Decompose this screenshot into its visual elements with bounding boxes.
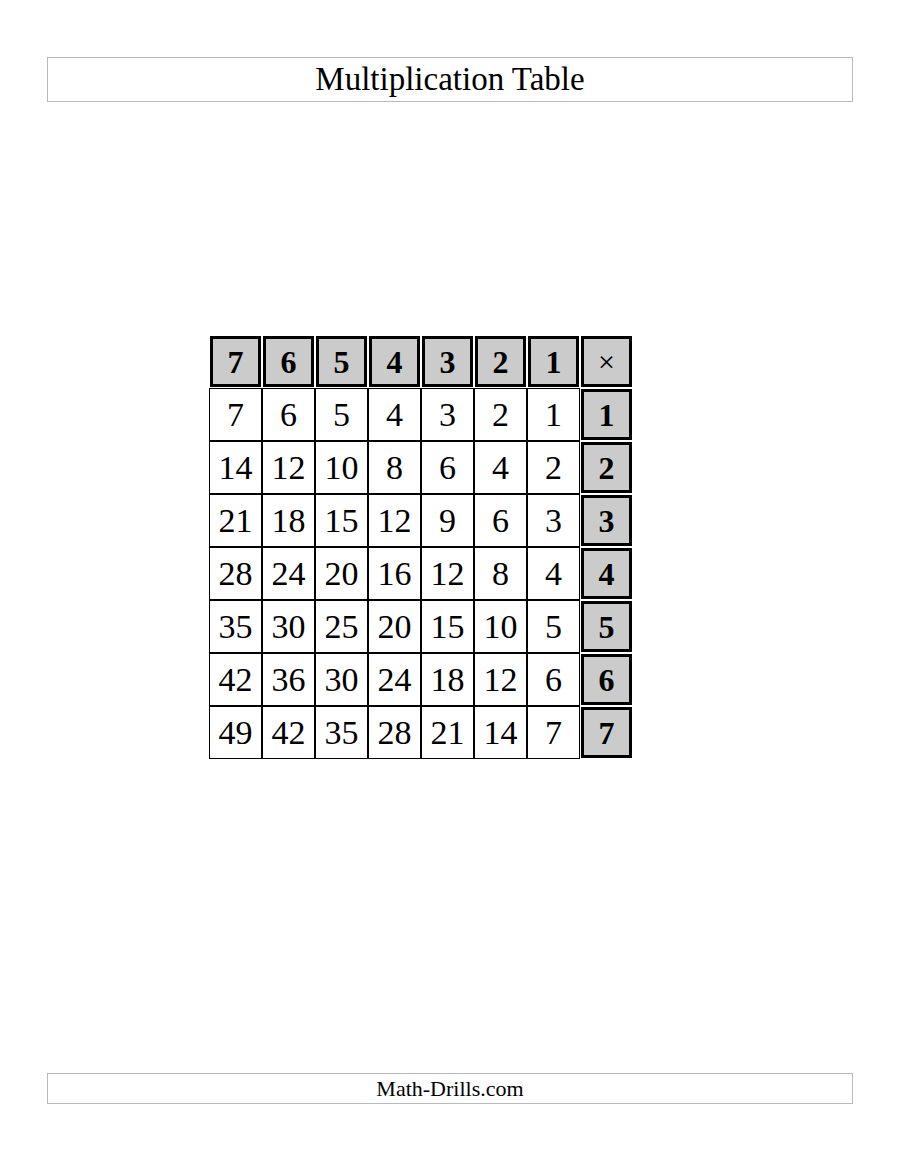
multiplier-value: 5: [581, 601, 632, 652]
header-cell: 2: [474, 335, 527, 388]
product-cell: 20: [368, 600, 421, 653]
multiplier-cell: 4: [580, 547, 633, 600]
product-cell: 10: [474, 600, 527, 653]
multiplier-cell: 6: [580, 653, 633, 706]
multiplier-cell: 7: [580, 706, 633, 759]
times-sign: ×: [581, 336, 632, 387]
multiplier-value: 7: [581, 707, 632, 758]
product-cell: 9: [421, 494, 474, 547]
product-cell: 25: [315, 600, 368, 653]
product-cell: 15: [315, 494, 368, 547]
product-cell: 6: [421, 441, 474, 494]
multiplier-value: 1: [581, 389, 632, 440]
product-cell: 49: [209, 706, 262, 759]
product-cell: 30: [315, 653, 368, 706]
worksheet-page: Multiplication Table 7654321×76543211141…: [0, 0, 900, 1165]
product-cell: 12: [262, 441, 315, 494]
header-value: 6: [263, 336, 314, 387]
product-cell: 12: [474, 653, 527, 706]
header-cell: 3: [421, 335, 474, 388]
header-cell: 6: [262, 335, 315, 388]
site-credit: Math-Drills.com: [376, 1076, 523, 1102]
header-value: 2: [475, 336, 526, 387]
product-cell: 18: [262, 494, 315, 547]
product-cell: 3: [421, 388, 474, 441]
product-cell: 28: [209, 547, 262, 600]
product-cell: 16: [368, 547, 421, 600]
product-cell: 5: [527, 600, 580, 653]
product-cell: 4: [527, 547, 580, 600]
product-cell: 1: [527, 388, 580, 441]
product-cell: 21: [421, 706, 474, 759]
multiplication-grid: 7654321×76543211141210864222118151296332…: [209, 335, 633, 759]
operator-cell: ×: [580, 335, 633, 388]
multiplier-cell: 2: [580, 441, 633, 494]
product-cell: 21: [209, 494, 262, 547]
footer-box: Math-Drills.com: [47, 1073, 853, 1104]
header-value: 7: [210, 336, 261, 387]
product-cell: 4: [368, 388, 421, 441]
product-cell: 5: [315, 388, 368, 441]
product-cell: 8: [368, 441, 421, 494]
product-cell: 7: [209, 388, 262, 441]
product-cell: 42: [209, 653, 262, 706]
product-cell: 2: [527, 441, 580, 494]
product-cell: 7: [527, 706, 580, 759]
product-cell: 12: [368, 494, 421, 547]
header-value: 3: [422, 336, 473, 387]
multiplier-cell: 1: [580, 388, 633, 441]
product-cell: 14: [209, 441, 262, 494]
product-cell: 4: [474, 441, 527, 494]
product-cell: 36: [262, 653, 315, 706]
multiplier-value: 2: [581, 442, 632, 493]
header-value: 5: [316, 336, 367, 387]
product-cell: 10: [315, 441, 368, 494]
product-cell: 12: [421, 547, 474, 600]
product-cell: 24: [368, 653, 421, 706]
product-cell: 35: [209, 600, 262, 653]
multiplier-value: 3: [581, 495, 632, 546]
header-cell: 5: [315, 335, 368, 388]
product-cell: 3: [527, 494, 580, 547]
header-cell: 4: [368, 335, 421, 388]
title-box: Multiplication Table: [47, 57, 853, 102]
header-value: 4: [369, 336, 420, 387]
multiplier-value: 4: [581, 548, 632, 599]
product-cell: 6: [474, 494, 527, 547]
product-cell: 24: [262, 547, 315, 600]
page-title: Multiplication Table: [315, 61, 584, 98]
product-cell: 20: [315, 547, 368, 600]
product-cell: 15: [421, 600, 474, 653]
product-cell: 30: [262, 600, 315, 653]
product-cell: 14: [474, 706, 527, 759]
header-value: 1: [528, 336, 579, 387]
product-cell: 35: [315, 706, 368, 759]
product-cell: 6: [262, 388, 315, 441]
multiplier-value: 6: [581, 654, 632, 705]
product-cell: 8: [474, 547, 527, 600]
multiplier-cell: 5: [580, 600, 633, 653]
header-cell: 1: [527, 335, 580, 388]
header-cell: 7: [209, 335, 262, 388]
product-cell: 28: [368, 706, 421, 759]
product-cell: 42: [262, 706, 315, 759]
multiplier-cell: 3: [580, 494, 633, 547]
product-cell: 6: [527, 653, 580, 706]
product-cell: 2: [474, 388, 527, 441]
product-cell: 18: [421, 653, 474, 706]
